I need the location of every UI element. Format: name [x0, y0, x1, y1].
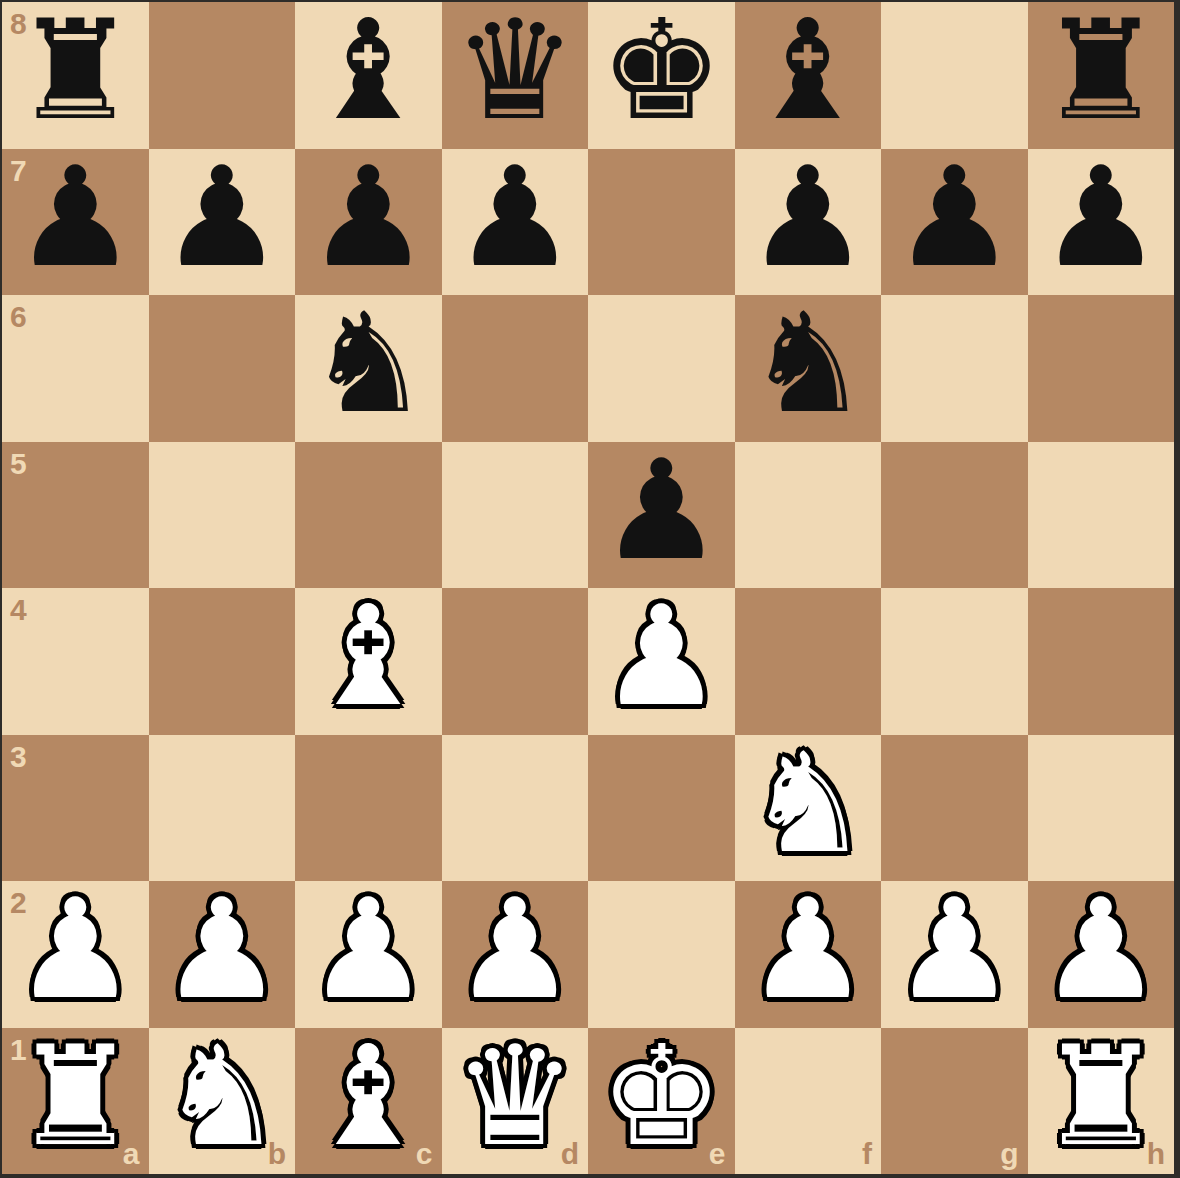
white-pawn-piece[interactable]: ♟: [599, 588, 723, 726]
square-g8[interactable]: [881, 2, 1028, 149]
square-f7[interactable]: ♟: [735, 149, 882, 296]
black-rook-piece[interactable]: ♜: [1039, 2, 1163, 140]
square-a1[interactable]: 1a♜: [2, 1028, 149, 1175]
rank-label: 4: [10, 595, 27, 625]
square-f2[interactable]: ♟: [735, 881, 882, 1028]
square-d8[interactable]: ♛: [442, 2, 589, 149]
square-g4[interactable]: [881, 588, 1028, 735]
square-b2[interactable]: ♟: [149, 881, 296, 1028]
black-knight-piece[interactable]: ♞: [746, 295, 870, 433]
square-d3[interactable]: [442, 735, 589, 882]
square-a4[interactable]: 4: [2, 588, 149, 735]
square-g6[interactable]: [881, 295, 1028, 442]
square-e8[interactable]: ♚: [588, 2, 735, 149]
square-h5[interactable]: [1028, 442, 1175, 589]
square-f1[interactable]: f: [735, 1028, 882, 1175]
square-h6[interactable]: [1028, 295, 1175, 442]
square-b6[interactable]: [149, 295, 296, 442]
white-bishop-piece[interactable]: ♝: [306, 588, 430, 726]
square-c2[interactable]: ♟: [295, 881, 442, 1028]
square-d1[interactable]: d♛: [442, 1028, 589, 1175]
square-d6[interactable]: [442, 295, 589, 442]
white-rook-piece[interactable]: ♜: [13, 1028, 137, 1166]
black-pawn-piece[interactable]: ♟: [892, 149, 1016, 287]
square-e2[interactable]: [588, 881, 735, 1028]
square-a8[interactable]: 8♜: [2, 2, 149, 149]
square-e4[interactable]: ♟: [588, 588, 735, 735]
white-queen-piece[interactable]: ♛: [453, 1028, 577, 1166]
white-knight-piece[interactable]: ♞: [160, 1028, 284, 1166]
square-f6[interactable]: ♞: [735, 295, 882, 442]
square-c7[interactable]: ♟: [295, 149, 442, 296]
square-f8[interactable]: ♝: [735, 2, 882, 149]
square-f3[interactable]: ♞: [735, 735, 882, 882]
white-bishop-piece[interactable]: ♝: [306, 1028, 430, 1166]
square-f5[interactable]: [735, 442, 882, 589]
square-a5[interactable]: 5: [2, 442, 149, 589]
black-pawn-piece[interactable]: ♟: [453, 149, 577, 287]
square-h7[interactable]: ♟: [1028, 149, 1175, 296]
white-pawn-piece[interactable]: ♟: [892, 881, 1016, 1019]
black-knight-piece[interactable]: ♞: [306, 295, 430, 433]
rank-label: 5: [10, 449, 27, 479]
black-pawn-piece[interactable]: ♟: [746, 149, 870, 287]
square-b5[interactable]: [149, 442, 296, 589]
square-d5[interactable]: [442, 442, 589, 589]
square-b4[interactable]: [149, 588, 296, 735]
square-g7[interactable]: ♟: [881, 149, 1028, 296]
square-g2[interactable]: ♟: [881, 881, 1028, 1028]
white-pawn-piece[interactable]: ♟: [306, 881, 430, 1019]
square-g5[interactable]: [881, 442, 1028, 589]
black-queen-piece[interactable]: ♛: [453, 2, 577, 140]
square-a3[interactable]: 3: [2, 735, 149, 882]
square-b1[interactable]: b♞: [149, 1028, 296, 1175]
black-pawn-piece[interactable]: ♟: [13, 149, 137, 287]
square-h2[interactable]: ♟: [1028, 881, 1175, 1028]
black-bishop-piece[interactable]: ♝: [746, 2, 870, 140]
square-g3[interactable]: [881, 735, 1028, 882]
square-h4[interactable]: [1028, 588, 1175, 735]
black-rook-piece[interactable]: ♜: [13, 2, 137, 140]
square-b3[interactable]: [149, 735, 296, 882]
square-b7[interactable]: ♟: [149, 149, 296, 296]
file-label: f: [862, 1139, 872, 1169]
chess-board: 8♜♝♛♚♝♜7♟♟♟♟♟♟♟6♞♞5♟4♝♟3♞2♟♟♟♟♟♟♟1a♜b♞c♝…: [2, 2, 1174, 1174]
black-bishop-piece[interactable]: ♝: [306, 2, 430, 140]
square-c1[interactable]: c♝: [295, 1028, 442, 1175]
white-pawn-piece[interactable]: ♟: [746, 881, 870, 1019]
square-c5[interactable]: [295, 442, 442, 589]
white-pawn-piece[interactable]: ♟: [13, 881, 137, 1019]
square-e7[interactable]: [588, 149, 735, 296]
white-pawn-piece[interactable]: ♟: [453, 881, 577, 1019]
black-pawn-piece[interactable]: ♟: [1039, 149, 1163, 287]
square-c8[interactable]: ♝: [295, 2, 442, 149]
board-frame: 8♜♝♛♚♝♜7♟♟♟♟♟♟♟6♞♞5♟4♝♟3♞2♟♟♟♟♟♟♟1a♜b♞c♝…: [0, 0, 1180, 1178]
square-h3[interactable]: [1028, 735, 1175, 882]
square-e6[interactable]: [588, 295, 735, 442]
square-c3[interactable]: [295, 735, 442, 882]
square-a7[interactable]: 7♟: [2, 149, 149, 296]
square-g1[interactable]: g: [881, 1028, 1028, 1175]
white-knight-piece[interactable]: ♞: [746, 735, 870, 873]
square-h1[interactable]: h♜: [1028, 1028, 1175, 1175]
square-b8[interactable]: [149, 2, 296, 149]
rank-label: 6: [10, 302, 27, 332]
white-king-piece[interactable]: ♚: [599, 1028, 723, 1166]
black-king-piece[interactable]: ♚: [599, 2, 723, 140]
file-label: g: [1000, 1139, 1018, 1169]
white-pawn-piece[interactable]: ♟: [1039, 881, 1163, 1019]
rank-label: 3: [10, 742, 27, 772]
square-e3[interactable]: [588, 735, 735, 882]
white-pawn-piece[interactable]: ♟: [160, 881, 284, 1019]
square-a2[interactable]: 2♟: [2, 881, 149, 1028]
square-a6[interactable]: 6: [2, 295, 149, 442]
black-pawn-piece[interactable]: ♟: [160, 149, 284, 287]
square-f4[interactable]: [735, 588, 882, 735]
square-e5[interactable]: ♟: [588, 442, 735, 589]
square-d4[interactable]: [442, 588, 589, 735]
square-e1[interactable]: e♚: [588, 1028, 735, 1175]
white-rook-piece[interactable]: ♜: [1039, 1028, 1163, 1166]
square-d2[interactable]: ♟: [442, 881, 589, 1028]
square-h8[interactable]: ♜: [1028, 2, 1175, 149]
black-pawn-piece[interactable]: ♟: [599, 442, 723, 580]
black-pawn-piece[interactable]: ♟: [306, 149, 430, 287]
square-d7[interactable]: ♟: [442, 149, 589, 296]
square-c6[interactable]: ♞: [295, 295, 442, 442]
square-c4[interactable]: ♝: [295, 588, 442, 735]
